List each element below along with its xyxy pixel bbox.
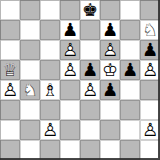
white-pawn-piece: ♟♙	[80, 80, 100, 100]
square-b5[interactable]	[20, 60, 40, 80]
black-pawn-piece: ♟	[140, 40, 160, 60]
white-king-piece-glyph: ♔	[100, 60, 120, 80]
white-pawn-piece-glyph: ♙	[80, 80, 100, 100]
square-h3[interactable]	[140, 100, 160, 120]
square-b7[interactable]	[20, 20, 40, 40]
black-pawn-piece-glyph: ♟	[140, 40, 160, 60]
square-b1[interactable]	[20, 140, 40, 160]
white-pawn-piece: ♟♙	[140, 60, 160, 80]
white-pawn-piece: ♟♙	[60, 40, 80, 60]
black-king-piece: ♚	[80, 0, 100, 20]
square-h8[interactable]	[140, 0, 160, 20]
square-f3[interactable]	[100, 100, 120, 120]
square-e7[interactable]	[80, 20, 100, 40]
black-pawn-piece-glyph: ♟	[100, 80, 120, 100]
square-d4[interactable]	[60, 80, 80, 100]
square-e1[interactable]	[80, 140, 100, 160]
square-f1[interactable]	[100, 140, 120, 160]
chess-diagram: ♚♟♟♞♘♟♙♟♙♟♛♕♟♙♟♚♔♟♟♙♟♙♞♘♝♗♟♙♟♟♙♟♙	[0, 0, 160, 160]
white-pawn-piece: ♟♙	[140, 120, 160, 140]
square-g5[interactable]: ♟	[120, 60, 140, 80]
black-pawn-piece-glyph: ♟	[100, 20, 120, 40]
white-knight-piece: ♞♘	[20, 80, 40, 100]
square-a8[interactable]	[0, 0, 20, 20]
square-c7[interactable]	[40, 20, 60, 40]
square-b6[interactable]	[20, 40, 40, 60]
square-e5[interactable]: ♟	[80, 60, 100, 80]
square-c3[interactable]	[40, 100, 60, 120]
white-pawn-piece-glyph: ♙	[140, 120, 160, 140]
white-bishop-piece: ♝♗	[40, 80, 60, 100]
square-h7[interactable]: ♞♘	[140, 20, 160, 40]
square-d1[interactable]	[60, 140, 80, 160]
square-f8[interactable]	[100, 0, 120, 20]
white-queen-piece-glyph: ♕	[0, 60, 20, 80]
square-h5[interactable]: ♟♙	[140, 60, 160, 80]
square-b8[interactable]	[20, 0, 40, 20]
square-g8[interactable]	[120, 0, 140, 20]
square-b2[interactable]	[20, 120, 40, 140]
square-c5[interactable]	[40, 60, 60, 80]
white-pawn-piece: ♟♙	[60, 60, 80, 80]
white-knight-piece-glyph: ♘	[20, 80, 40, 100]
square-f5[interactable]: ♚♔	[100, 60, 120, 80]
white-pawn-piece-glyph: ♙	[140, 60, 160, 80]
white-king-piece: ♚♔	[100, 60, 120, 80]
square-h4[interactable]	[140, 80, 160, 100]
square-d7[interactable]: ♟	[60, 20, 80, 40]
square-g3[interactable]	[120, 100, 140, 120]
white-bishop-piece-glyph: ♗	[40, 80, 60, 100]
square-c1[interactable]	[40, 140, 60, 160]
chess-board: ♚♟♟♞♘♟♙♟♙♟♛♕♟♙♟♚♔♟♟♙♟♙♞♘♝♗♟♙♟♟♙♟♙	[0, 0, 160, 160]
square-g4[interactable]	[120, 80, 140, 100]
square-g7[interactable]	[120, 20, 140, 40]
square-e6[interactable]	[80, 40, 100, 60]
square-e4[interactable]: ♟♙	[80, 80, 100, 100]
square-d5[interactable]: ♟♙	[60, 60, 80, 80]
white-queen-piece: ♛♕	[0, 60, 20, 80]
black-king-piece-glyph: ♚	[80, 0, 100, 20]
white-knight-piece-glyph: ♘	[140, 20, 160, 40]
black-pawn-piece-glyph: ♟	[60, 20, 80, 40]
black-pawn-piece: ♟	[80, 60, 100, 80]
square-c8[interactable]	[40, 0, 60, 20]
black-pawn-piece: ♟	[60, 20, 80, 40]
white-pawn-piece: ♟♙	[0, 80, 20, 100]
square-c2[interactable]: ♟♙	[40, 120, 60, 140]
square-a5[interactable]: ♛♕	[0, 60, 20, 80]
white-knight-piece: ♞♘	[140, 20, 160, 40]
square-a7[interactable]	[0, 20, 20, 40]
square-d6[interactable]: ♟♙	[60, 40, 80, 60]
white-pawn-piece-glyph: ♙	[0, 80, 20, 100]
white-pawn-piece-glyph: ♙	[60, 40, 80, 60]
square-a2[interactable]	[0, 120, 20, 140]
square-g1[interactable]	[120, 140, 140, 160]
square-e2[interactable]	[80, 120, 100, 140]
white-pawn-piece-glyph: ♙	[100, 40, 120, 60]
square-d2[interactable]	[60, 120, 80, 140]
square-a1[interactable]	[0, 140, 20, 160]
square-f7[interactable]: ♟	[100, 20, 120, 40]
black-pawn-piece: ♟	[100, 80, 120, 100]
black-pawn-piece: ♟	[100, 20, 120, 40]
square-b3[interactable]	[20, 100, 40, 120]
square-f6[interactable]: ♟♙	[100, 40, 120, 60]
square-f2[interactable]	[100, 120, 120, 140]
square-c4[interactable]: ♝♗	[40, 80, 60, 100]
square-d3[interactable]	[60, 100, 80, 120]
white-pawn-piece-glyph: ♙	[60, 60, 80, 80]
square-h6[interactable]: ♟	[140, 40, 160, 60]
square-b4[interactable]: ♞♘	[20, 80, 40, 100]
square-f4[interactable]: ♟	[100, 80, 120, 100]
square-e8[interactable]: ♚	[80, 0, 100, 20]
square-a6[interactable]	[0, 40, 20, 60]
white-pawn-piece: ♟♙	[100, 40, 120, 60]
square-g6[interactable]	[120, 40, 140, 60]
white-pawn-piece-glyph: ♙	[40, 120, 60, 140]
square-a3[interactable]	[0, 100, 20, 120]
square-g2[interactable]	[120, 120, 140, 140]
black-pawn-piece: ♟	[120, 60, 140, 80]
white-pawn-piece: ♟♙	[40, 120, 60, 140]
square-c6[interactable]	[40, 40, 60, 60]
square-e3[interactable]	[80, 100, 100, 120]
black-pawn-piece-glyph: ♟	[80, 60, 100, 80]
square-h2[interactable]: ♟♙	[140, 120, 160, 140]
square-h1[interactable]	[140, 140, 160, 160]
black-pawn-piece-glyph: ♟	[120, 60, 140, 80]
square-d8[interactable]	[60, 0, 80, 20]
square-a4[interactable]: ♟♙	[0, 80, 20, 100]
